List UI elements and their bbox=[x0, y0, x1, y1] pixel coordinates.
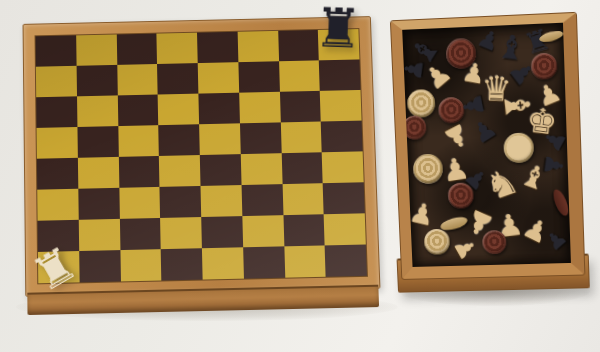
square-f5[interactable] bbox=[240, 122, 281, 154]
square-d4[interactable] bbox=[159, 155, 200, 187]
square-h3[interactable] bbox=[323, 182, 365, 214]
square-h1[interactable] bbox=[325, 244, 367, 276]
pieces-box: ♝♟♝♜♟♟♟♛♟♟♝♟♟♟♚♟♟♟♞♝♟♟♟♟♟♟♟ bbox=[391, 13, 585, 293]
photo-scene: ♜♜ ♝♟♝♜♟♟♟♛♟♟♝♟♟♟♚♟♟♟♞♝♟♟♟♟♟♟♟ bbox=[0, 0, 600, 352]
square-h4[interactable] bbox=[322, 151, 364, 183]
square-g6[interactable] bbox=[279, 91, 320, 123]
square-c5[interactable] bbox=[118, 125, 159, 157]
square-b7[interactable] bbox=[76, 65, 117, 96]
square-a8[interactable] bbox=[36, 35, 77, 66]
box-checker-light-38[interactable] bbox=[424, 229, 451, 255]
square-b4[interactable] bbox=[78, 157, 119, 189]
square-a3[interactable] bbox=[37, 189, 78, 221]
square-b3[interactable] bbox=[78, 188, 119, 220]
square-f4[interactable] bbox=[241, 153, 283, 185]
square-d3[interactable] bbox=[160, 186, 202, 218]
square-c6[interactable] bbox=[117, 95, 158, 127]
square-g5[interactable] bbox=[280, 121, 322, 153]
square-g1[interactable] bbox=[284, 245, 326, 277]
square-c8[interactable] bbox=[116, 34, 157, 65]
square-d5[interactable] bbox=[158, 124, 199, 156]
box-piece-black-29[interactable]: ♟ bbox=[540, 152, 567, 177]
square-b1[interactable] bbox=[79, 250, 121, 282]
square-g4[interactable] bbox=[281, 152, 323, 184]
board-surface bbox=[35, 28, 368, 284]
square-d1[interactable] bbox=[161, 248, 203, 280]
square-f1[interactable] bbox=[243, 246, 285, 278]
box-checker-light-12[interactable] bbox=[407, 89, 436, 118]
square-c2[interactable] bbox=[119, 218, 161, 250]
square-g7[interactable] bbox=[279, 60, 320, 91]
square-e1[interactable] bbox=[202, 247, 244, 279]
square-h6[interactable] bbox=[320, 90, 362, 122]
box-piece-light-31[interactable]: ♟ bbox=[407, 198, 437, 231]
box-body: ♝♟♝♜♟♟♟♛♟♟♝♟♟♟♚♟♟♟♞♝♟♟♟♟♟♟♟ bbox=[391, 13, 584, 279]
square-d2[interactable] bbox=[160, 217, 202, 249]
box-checker-maroon-30[interactable] bbox=[550, 188, 570, 218]
square-f6[interactable] bbox=[239, 92, 280, 124]
square-d7[interactable] bbox=[157, 63, 198, 94]
square-e8[interactable] bbox=[197, 32, 238, 63]
square-f7[interactable] bbox=[238, 61, 279, 92]
square-c4[interactable] bbox=[118, 156, 159, 188]
square-e6[interactable] bbox=[198, 93, 239, 125]
square-b5[interactable] bbox=[77, 126, 118, 158]
square-h2[interactable] bbox=[324, 213, 366, 245]
square-c7[interactable] bbox=[117, 64, 158, 95]
box-checker-maroon-35[interactable] bbox=[482, 230, 507, 254]
square-a4[interactable] bbox=[37, 158, 78, 190]
square-e3[interactable] bbox=[200, 185, 242, 217]
square-e7[interactable] bbox=[198, 62, 239, 93]
box-piece-black-7[interactable]: ♟ bbox=[402, 57, 427, 82]
square-d6[interactable] bbox=[158, 94, 199, 126]
square-d8[interactable] bbox=[157, 33, 198, 64]
box-checker-maroon-28[interactable] bbox=[447, 182, 474, 209]
square-f8[interactable] bbox=[237, 31, 278, 62]
square-e2[interactable] bbox=[201, 216, 243, 248]
square-a7[interactable] bbox=[36, 66, 77, 97]
square-h7[interactable] bbox=[319, 59, 360, 90]
square-a5[interactable] bbox=[37, 127, 78, 159]
square-e4[interactable] bbox=[200, 154, 242, 186]
square-g2[interactable] bbox=[283, 214, 325, 246]
square-e5[interactable] bbox=[199, 123, 240, 155]
square-c3[interactable] bbox=[119, 187, 160, 219]
box-checker-light-23[interactable] bbox=[413, 154, 444, 185]
box-piece-black-22[interactable]: ♟ bbox=[539, 125, 571, 155]
square-b2[interactable] bbox=[79, 219, 120, 251]
square-g3[interactable] bbox=[282, 183, 324, 215]
black-rook[interactable]: ♜ bbox=[313, 1, 363, 57]
square-b8[interactable] bbox=[76, 34, 117, 65]
square-f2[interactable] bbox=[242, 215, 284, 247]
square-c1[interactable] bbox=[120, 249, 162, 281]
box-checker-maroon-17[interactable] bbox=[402, 115, 427, 140]
square-h5[interactable] bbox=[321, 121, 363, 153]
square-a6[interactable] bbox=[36, 96, 77, 128]
square-b6[interactable] bbox=[77, 95, 118, 127]
square-f3[interactable] bbox=[241, 184, 283, 216]
box-cavity: ♝♟♝♜♟♟♟♛♟♟♝♟♟♟♚♟♟♟♞♝♟♟♟♟♟♟♟ bbox=[402, 23, 571, 267]
board-grid bbox=[36, 29, 367, 283]
